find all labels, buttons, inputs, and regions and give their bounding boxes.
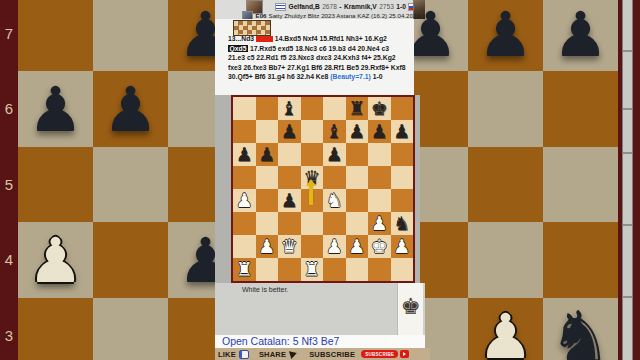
- square-a2: [233, 235, 256, 258]
- square-b1: [256, 258, 279, 281]
- game-result: 1-0: [396, 3, 406, 10]
- share-button[interactable]: SHARE: [259, 350, 286, 359]
- square-h7: ♟: [391, 120, 414, 143]
- event-line: E06Satty Zhuldyz Blitz 2023 Astana KAZ (…: [242, 11, 420, 19]
- square-h2: ♟: [391, 235, 414, 258]
- square-b8: [256, 97, 279, 120]
- evaluation-comment: White is better.: [242, 286, 288, 293]
- square-f6: [346, 143, 369, 166]
- square-g4: [368, 189, 391, 212]
- square-g5: [368, 166, 391, 189]
- bg-square: ♟: [468, 298, 543, 360]
- square-f5: [346, 166, 369, 189]
- red-annotation-box: [256, 36, 273, 42]
- bg-piece-wP-g3: ♟: [468, 298, 543, 360]
- bg-piece-bP-a6: ♟: [18, 71, 93, 146]
- rank-label-5: 5: [0, 147, 18, 222]
- piece-bP-f7: ♟: [346, 120, 369, 143]
- black-player-elo: 2753: [379, 3, 394, 10]
- square-h4: [391, 189, 414, 212]
- video-frame: ♟♟♟♟♟♟♟♟♟♞ 76543 Gelfand,B 2678 - Kramni…: [0, 0, 640, 360]
- black-player-name: Kramnik,V: [344, 3, 377, 10]
- square-h1: [391, 258, 414, 281]
- square-g2: ♚: [368, 235, 391, 258]
- square-e6: ♟: [323, 143, 346, 166]
- bg-square: [468, 147, 543, 222]
- rank-label-3: 3: [0, 298, 18, 360]
- piece-wP-g3: ♟: [368, 212, 391, 235]
- square-d3: [301, 212, 324, 235]
- beauty-eval: (Beauty=7.1): [330, 73, 371, 80]
- square-g6: [368, 143, 391, 166]
- bg-square: ♟: [93, 71, 168, 146]
- piece-wQ-c2: ♛: [278, 235, 301, 258]
- bg-square: ♟: [543, 0, 618, 71]
- square-h5: [391, 166, 414, 189]
- square-b2: ♟: [256, 235, 279, 258]
- square-h8: [391, 97, 414, 120]
- square-f1: [346, 258, 369, 281]
- square-e1: [323, 258, 346, 281]
- king-icon: ♚: [398, 295, 423, 319]
- moves-text: 14.Bxd5 Nxf4 15.Rfd1 Nh3+ 16.Kg2: [273, 35, 387, 42]
- bg-square: [543, 147, 618, 222]
- square-d1: ♜: [301, 258, 324, 281]
- square-a7: [233, 120, 256, 143]
- bg-square: [93, 298, 168, 360]
- piece-wP-h2: ♟: [391, 235, 414, 258]
- white-player-elo: 2678: [322, 3, 337, 10]
- square-b7: [256, 120, 279, 143]
- subscribe-button[interactable]: SUBSCRIBE: [361, 350, 398, 358]
- square-d2: [301, 235, 324, 258]
- piece-wP-f2: ♟: [346, 235, 369, 258]
- game-header: Gelfand,B 2678 - Kramnik,V 2753 1-0 E06S…: [215, 0, 425, 19]
- piece-bB-c8: ♝: [278, 97, 301, 120]
- share-arrow-icon[interactable]: [289, 349, 298, 359]
- move-annotation-arrow: [309, 185, 313, 205]
- bg-square: [18, 298, 93, 360]
- square-h6: [391, 143, 414, 166]
- square-g8: ♚: [368, 97, 391, 120]
- move-list[interactable]: 13...Nd3 14.Bxd5 Nxf4 15.Rfd1 Nh3+ 16.Kg…: [228, 34, 406, 82]
- piece-wP-b2: ♟: [256, 235, 279, 258]
- comment-panel: White is better. ♚: [215, 283, 425, 335]
- piece-bR-f8: ♜: [346, 97, 369, 120]
- bg-square: ♟: [18, 71, 93, 146]
- square-f8: ♜: [346, 97, 369, 120]
- piece-bP-g7: ♟: [368, 120, 391, 143]
- square-a6: ♟: [233, 143, 256, 166]
- square-a4: ♟: [233, 189, 256, 212]
- square-g3: ♟: [368, 212, 391, 235]
- square-f7: ♟: [346, 120, 369, 143]
- square-b5: [256, 166, 279, 189]
- youtube-icon[interactable]: [400, 350, 409, 358]
- bg-square: ♟: [18, 222, 93, 297]
- square-f3: [346, 212, 369, 235]
- eval-bar-segment: [623, 296, 632, 298]
- bg-square: [543, 71, 618, 146]
- square-g1: [368, 258, 391, 281]
- piece-bP-e6: ♟: [323, 143, 346, 166]
- square-a1: ♜: [233, 258, 256, 281]
- square-b4: [256, 189, 279, 212]
- rank-label-7: 7: [0, 0, 18, 71]
- subscribe-label[interactable]: SUBSCRIBE: [309, 350, 355, 359]
- eco-code: E06: [256, 12, 267, 19]
- bg-square: [93, 0, 168, 71]
- bg-square: ♟: [468, 0, 543, 71]
- eval-bar-segment: [623, 152, 632, 154]
- square-b6: ♟: [256, 143, 279, 166]
- square-e3: [323, 212, 346, 235]
- notation-panel: 13...Nd3 14.Bxd5 Nxf4 15.Rfd1 Nh3+ 16.Kg…: [215, 19, 414, 95]
- piece-bP-h7: ♟: [391, 120, 414, 143]
- square-c8: ♝: [278, 97, 301, 120]
- bg-square: [18, 0, 93, 71]
- opening-strip: Open Catalan: 5 Nf3 Be7: [215, 335, 425, 348]
- square-e7: ♝: [323, 120, 346, 143]
- piece-bP-a6: ♟: [233, 143, 256, 166]
- bg-square: [93, 147, 168, 222]
- like-button[interactable]: LIKE: [218, 350, 236, 359]
- bg-square: [93, 222, 168, 297]
- eval-bar-segment: [623, 50, 632, 52]
- current-move[interactable]: Qxd5: [228, 45, 248, 52]
- square-f2: ♟: [346, 235, 369, 258]
- piece-bB-e7: ♝: [323, 120, 346, 143]
- moves-text: 1-0: [371, 73, 383, 80]
- bg-piece-bP-b6: ♟: [93, 71, 168, 146]
- square-d6: [301, 143, 324, 166]
- chess-board: ♝♜♚♟♝♟♟♟♟♟♟♛♟♟♞♟♞♟♛♟♟♚♟♜♜: [231, 95, 415, 283]
- square-c3: [278, 212, 301, 235]
- square-h3: ♞: [391, 212, 414, 235]
- thumbs-up-icon[interactable]: [239, 350, 249, 359]
- rank-label-6: 6: [0, 71, 18, 146]
- square-c7: ♟: [278, 120, 301, 143]
- piece-wP-e2: ♟: [323, 235, 346, 258]
- bg-square: [468, 222, 543, 297]
- piece-wN-e4: ♞: [323, 189, 346, 212]
- square-a8: [233, 97, 256, 120]
- piece-wR-a1: ♜: [233, 258, 256, 281]
- eval-bar-segment: [623, 224, 632, 226]
- players-separator: -: [339, 3, 341, 10]
- square-d7: [301, 120, 324, 143]
- rank-label-4: 4: [0, 222, 18, 297]
- bg-square: [468, 71, 543, 146]
- game-overlay-panel: Gelfand,B 2678 - Kramnik,V 2753 1-0 E06S…: [215, 0, 425, 360]
- square-a5: [233, 166, 256, 189]
- piece-wK-g2: ♚: [368, 235, 391, 258]
- square-c4: ♟: [278, 189, 301, 212]
- square-d8: [301, 97, 324, 120]
- bg-piece-bN-h3: ♞: [543, 298, 618, 360]
- moves-text: 13...Nd3: [228, 35, 256, 42]
- bg-square: ♞: [543, 298, 618, 360]
- piece-bN-h3: ♞: [391, 212, 414, 235]
- piece-wP-a4: ♟: [233, 189, 256, 212]
- engine-panel: ♚: [397, 283, 423, 335]
- square-f4: [346, 189, 369, 212]
- bg-board-rank-labels: 76543: [0, 0, 18, 360]
- square-e2: ♟: [323, 235, 346, 258]
- square-c1: [278, 258, 301, 281]
- square-c6: [278, 143, 301, 166]
- bg-piece-bP-g7: ♟: [468, 0, 543, 71]
- eval-bar-segment: [623, 108, 632, 110]
- piece-bK-g8: ♚: [368, 97, 391, 120]
- bg-piece-bP-h7: ♟: [543, 0, 618, 71]
- bg-square: [18, 147, 93, 222]
- square-c5: [278, 166, 301, 189]
- bg-piece-wP-a4: ♟: [18, 222, 93, 297]
- square-e5: [323, 166, 346, 189]
- square-b3: [256, 212, 279, 235]
- piece-wR-d1: ♜: [301, 258, 324, 281]
- israel-flag-icon: [275, 3, 286, 11]
- event-name: Satty Zhuldyz Blitz 2023 Astana KAZ (16.…: [269, 12, 420, 19]
- white-player-name: Gelfand,B: [289, 3, 320, 10]
- opening-name: Open Catalan: 5 Nf3 Be7: [222, 335, 339, 348]
- eval-bar: [622, 0, 633, 360]
- board-section: ♝♜♚♟♝♟♟♟♟♟♟♛♟♟♞♟♞♟♛♟♟♚♟♜♜: [215, 95, 420, 283]
- square-a3: [233, 212, 256, 235]
- piece-bP-c7: ♟: [278, 120, 301, 143]
- square-e8: [323, 97, 346, 120]
- square-e4: ♞: [323, 189, 346, 212]
- action-bar: LIKE SHARE SUBSCRIBE SUBSCRIBE: [215, 348, 430, 360]
- bg-square: [543, 222, 618, 297]
- square-g7: ♟: [368, 120, 391, 143]
- piece-bP-b6: ♟: [256, 143, 279, 166]
- square-c2: ♛: [278, 235, 301, 258]
- piece-bP-c4: ♟: [278, 189, 301, 212]
